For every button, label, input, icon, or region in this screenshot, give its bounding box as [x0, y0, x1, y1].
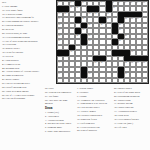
cell-number: 9: [137, 2, 138, 4]
cell-number: 16: [89, 13, 91, 15]
clue-item[interactable]: 46. Actress Winslet of "Ocean Europe": [2, 70, 43, 73]
clue-item[interactable]: 18. It protects claims: [2, 13, 43, 16]
cell-number: 23: [131, 18, 133, 20]
clue-item[interactable]: 38. Fields for Phoenix: [2, 51, 43, 54]
clue-item[interactable]: 26. Blew up: [2, 28, 43, 31]
cell-number: 56: [58, 67, 60, 69]
clue-item[interactable]: 6. Spike what underscores: [45, 130, 74, 133]
clue-item[interactable]: 28. Outstanding obligation: [114, 95, 148, 98]
clue-item[interactable]: 10. "Stamped" the expressed: [77, 99, 111, 102]
cell-number: 45: [64, 56, 66, 58]
across-clues-bottom: 65. Harte66. Nonetheless composers67. To…: [45, 87, 74, 105]
cell-number: 60: [89, 73, 91, 75]
clue-item[interactable]: 17. Preferring part: [77, 122, 111, 125]
grid-cell[interactable]: [142, 78, 148, 83]
cell-number: 19: [58, 18, 60, 20]
crossword-page: area9. Early innings16. New planet figur…: [0, 0, 150, 150]
cell-number: 1: [58, 2, 59, 4]
cell-number: 12: [76, 7, 78, 9]
cell-number: 36: [58, 40, 60, 42]
cell-number: 29: [58, 29, 60, 31]
clue-item[interactable]: 25. Sharper what's: [114, 87, 148, 90]
clue-item[interactable]: 22. Kind of approval: [77, 129, 111, 132]
cell-number: 22: [125, 18, 127, 20]
clue-item[interactable]: 27. Seat-of-the-pants throw: [114, 91, 148, 94]
cell-number: 10: [143, 2, 145, 4]
cell-number: 5: [113, 2, 114, 4]
clue-item[interactable]: 44. Morning open: [2, 67, 43, 70]
cell-number: 13: [113, 7, 115, 9]
cell-number: 44: [58, 56, 60, 58]
clue-item[interactable]: 35. Extra song: [2, 43, 43, 46]
down-clues-1: 1. Pound (US)2. Added meal3. Acoustic pe…: [45, 111, 74, 133]
cell-number: 58: [125, 67, 127, 69]
clue-item[interactable]: 52. Playoff Building trick: [2, 86, 43, 89]
cell-number: 46: [107, 56, 109, 58]
clue-item[interactable]: 41. Irish prospect: [2, 59, 43, 62]
cell-number: 41: [82, 45, 84, 47]
clue-item[interactable]: 11. Something is to be acted on: [77, 102, 111, 105]
clue-item[interactable]: area: [2, 1, 43, 4]
cell-number: 32: [58, 35, 60, 37]
cell-number: 24: [137, 18, 139, 20]
cell-number: 61: [125, 73, 127, 75]
clue-item[interactable]: 30. Celia beginnings perhaps: [2, 36, 43, 39]
cell-number: 27: [101, 24, 103, 26]
clue-item[interactable]: 36. Busiest locale?: [2, 47, 43, 50]
clue-item[interactable]: 29. Tobacco plug: [114, 99, 148, 102]
clue-item[interactable]: 49. Movie trundle: [2, 78, 43, 81]
clue-item[interactable]: 39. Deep in: [2, 55, 43, 58]
cell-number: 6: [119, 2, 120, 4]
clue-item[interactable]: 15. Righteous fellow: [77, 118, 111, 121]
cell-number: 15: [64, 13, 66, 15]
cell-number: 50: [95, 62, 97, 64]
cell-number: 52: [125, 62, 127, 64]
cell-number: 49: [58, 62, 60, 64]
cell-number: 2: [70, 2, 71, 4]
clue-item[interactable]: 12. First psychic power: [77, 106, 111, 109]
cell-number: 57: [89, 67, 91, 69]
clue-item[interactable]: 48. Signs in tomorrow: [2, 74, 43, 77]
clue-item[interactable]: 9. Lounge: [77, 95, 111, 98]
cell-number: 26: [89, 24, 91, 26]
clue-item[interactable]: 68. They have the same mothers: [45, 99, 74, 105]
cell-number: 48: [119, 56, 121, 58]
clue-item[interactable]: 66. Nonetheless composers: [45, 91, 74, 94]
across-clue-column-left: area9. Early innings16. New planet figur…: [2, 1, 43, 101]
cell-number: 40: [76, 45, 78, 47]
cell-number: 17: [95, 13, 97, 15]
clue-item[interactable]: 9. Early innings: [2, 5, 43, 8]
cell-number: 4: [101, 2, 102, 4]
clue-item[interactable]: 1. Pound (US): [45, 111, 74, 114]
down-section-header: Down: [45, 106, 74, 110]
cell-number: 28: [119, 24, 121, 26]
cell-number: 8: [131, 2, 132, 4]
clue-item[interactable]: 4. Inventor the study ended: [45, 122, 74, 125]
cell-number: 20: [82, 18, 84, 20]
cell-number: 3: [82, 2, 83, 4]
clue-item[interactable]: 2. Added meal: [45, 115, 74, 118]
clue-item[interactable]: 50. Last set alternating water: [2, 82, 43, 85]
cell-number: 47: [113, 56, 115, 58]
cell-number: 21: [107, 18, 109, 20]
clue-item[interactable]: 56. Isle of "A Fish-Called Wanda": [2, 94, 43, 97]
cell-number: 42: [70, 51, 72, 53]
cell-number: 7: [125, 2, 126, 4]
clue-item[interactable]: 16. New planet figure: [2, 9, 43, 12]
cell-number: 30: [82, 29, 84, 31]
cell-number: 14: [58, 13, 60, 15]
clue-item[interactable]: 65. Harte: [45, 87, 74, 90]
cell-number: 59: [58, 73, 60, 75]
clue-item[interactable]: 67. Too funny: [45, 95, 74, 98]
clue-item[interactable]: 32. Chair's concerns: [114, 106, 148, 109]
clue-item[interactable]: 34. Grain stock: [114, 114, 148, 117]
cell-number: 37: [89, 40, 91, 42]
down-clue-column-3: 25. Sharper what's27. Seat-of-the-pants …: [114, 87, 148, 129]
clue-item[interactable]: 14. Favourite sandwiches?: [77, 114, 111, 117]
cell-number: 38: [119, 40, 121, 42]
clue-item[interactable]: 35. Letter-shaped fastener: [114, 118, 148, 121]
clue-item[interactable]: 21. Extra-terrestrial org.: [77, 126, 111, 129]
clue-item[interactable]: 19. Mid-travel and Grounding fly: [2, 16, 43, 19]
cell-number: 31: [119, 29, 121, 31]
clue-item[interactable]: 13. "Stoker" homes: [77, 110, 111, 113]
clue-item[interactable]: 43. Camper's treats: [2, 63, 43, 66]
clue-item[interactable]: 20. Glass running on Coastal "header": [2, 20, 43, 23]
clue-item[interactable]: 8. Treasurer: [77, 91, 111, 94]
cell-number: 11: [70, 7, 72, 9]
clue-item[interactable]: 31. Bedside buying: [114, 102, 148, 105]
clue-item[interactable]: 58. Like an afterthought: [2, 97, 43, 100]
cell-number: 34: [89, 35, 91, 37]
cell-number: 53: [131, 62, 133, 64]
clue-item[interactable]: 33. Isle of West Island and Brownout: [2, 40, 43, 43]
cell-number: 43: [131, 51, 133, 53]
clue-item[interactable]: 23. Popcorn garnishes: [2, 24, 43, 27]
cell-number: 39: [58, 45, 60, 47]
clue-item[interactable]: 33. Aeronautics pioneer: [114, 110, 148, 113]
cell-number: 54: [137, 62, 139, 64]
clue-item[interactable]: 5. Diamond map?: [45, 126, 74, 129]
cell-number: 55: [143, 62, 145, 64]
cell-number: 51: [101, 62, 103, 64]
clue-item[interactable]: 38. Life lines: [114, 126, 148, 129]
clue-item[interactable]: 28. Noticed posts, be done: [2, 32, 43, 35]
cell-number: 25: [58, 24, 60, 26]
clue-item[interactable]: 55. Track settlement amend: [2, 90, 43, 93]
clue-item[interactable]: 3. Acoustic perhaps: [45, 119, 74, 122]
clue-item[interactable]: 7. Startup rubber: [77, 87, 111, 90]
cell-number: 62: [58, 78, 60, 80]
clue-column-bottom-b: 65. Harte66. Nonetheless composers67. To…: [45, 87, 74, 134]
cell-number: 35: [125, 35, 127, 37]
clue-item[interactable]: 37. Gone list (Mrs.): [114, 122, 148, 125]
cell-number: 33: [76, 35, 78, 37]
cell-number: 18: [107, 13, 109, 15]
crossword-grid: 1234567891011121314151617181920212223242…: [56, 0, 149, 84]
down-clue-column-2: 7. Startup rubber8. Treasurer9. Lounge10…: [77, 87, 111, 133]
